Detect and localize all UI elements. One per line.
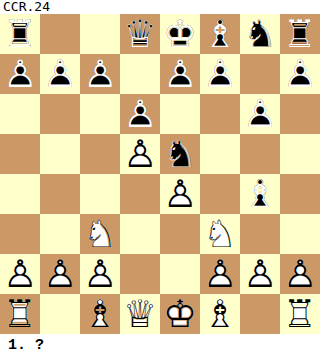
piece-fill-glyph: ♝ — [80, 294, 120, 334]
square-b3[interactable] — [40, 214, 80, 254]
piece-outline-glyph: ♙ — [200, 54, 240, 94]
white-bishop: ♝♗ — [80, 294, 120, 334]
piece-outline-glyph: ♖ — [280, 14, 320, 54]
square-e6[interactable] — [160, 94, 200, 134]
piece-outline-glyph: ♙ — [160, 174, 200, 214]
white-pawn: ♟♙ — [40, 254, 80, 294]
white-pawn: ♟♙ — [160, 174, 200, 214]
move-prompt: 1. ? — [8, 336, 44, 356]
square-h1[interactable]: ♜♖ — [280, 294, 320, 334]
black-bishop: ♝♗ — [200, 14, 240, 54]
square-g8[interactable]: ♞♘ — [240, 14, 280, 54]
square-h6[interactable] — [280, 94, 320, 134]
piece-fill-glyph: ♟ — [280, 254, 320, 294]
square-b5[interactable] — [40, 134, 80, 174]
piece-outline-glyph: ♖ — [280, 294, 320, 334]
square-b1[interactable] — [40, 294, 80, 334]
square-e4[interactable]: ♟♙ — [160, 174, 200, 214]
black-pawn: ♟♙ — [280, 54, 320, 94]
square-h5[interactable] — [280, 134, 320, 174]
square-g1[interactable] — [240, 294, 280, 334]
black-rook: ♜♖ — [280, 14, 320, 54]
black-rook: ♜♖ — [0, 14, 40, 54]
white-pawn: ♟♙ — [0, 254, 40, 294]
piece-fill-glyph: ♟ — [80, 54, 120, 94]
white-bishop: ♝♗ — [200, 294, 240, 334]
white-pawn: ♟♙ — [120, 134, 160, 174]
square-e8[interactable]: ♚♔ — [160, 14, 200, 54]
square-b8[interactable] — [40, 14, 80, 54]
piece-fill-glyph: ♛ — [120, 294, 160, 334]
square-e2[interactable] — [160, 254, 200, 294]
white-knight: ♞♘ — [200, 214, 240, 254]
piece-fill-glyph: ♟ — [160, 174, 200, 214]
square-f1[interactable]: ♝♗ — [200, 294, 240, 334]
square-g2[interactable]: ♟♙ — [240, 254, 280, 294]
piece-fill-glyph: ♚ — [160, 294, 200, 334]
square-c4[interactable] — [80, 174, 120, 214]
square-d8[interactable]: ♛♕ — [120, 14, 160, 54]
piece-outline-glyph: ♙ — [120, 134, 160, 174]
piece-outline-glyph: ♙ — [40, 254, 80, 294]
piece-fill-glyph: ♞ — [240, 14, 280, 54]
piece-outline-glyph: ♔ — [160, 14, 200, 54]
piece-outline-glyph: ♙ — [280, 254, 320, 294]
square-c5[interactable] — [80, 134, 120, 174]
black-pawn: ♟♙ — [120, 94, 160, 134]
piece-fill-glyph: ♟ — [0, 254, 40, 294]
square-e3[interactable] — [160, 214, 200, 254]
square-c1[interactable]: ♝♗ — [80, 294, 120, 334]
piece-fill-glyph: ♛ — [120, 14, 160, 54]
piece-outline-glyph: ♘ — [240, 14, 280, 54]
piece-outline-glyph: ♘ — [80, 214, 120, 254]
black-pawn: ♟♙ — [160, 54, 200, 94]
piece-fill-glyph: ♝ — [200, 14, 240, 54]
piece-outline-glyph: ♖ — [0, 14, 40, 54]
square-d2[interactable] — [120, 254, 160, 294]
piece-outline-glyph: ♙ — [0, 254, 40, 294]
black-pawn: ♟♙ — [80, 54, 120, 94]
square-g5[interactable] — [240, 134, 280, 174]
piece-outline-glyph: ♘ — [200, 214, 240, 254]
black-pawn: ♟♙ — [200, 54, 240, 94]
square-f5[interactable] — [200, 134, 240, 174]
black-pawn: ♟♙ — [40, 54, 80, 94]
square-e7[interactable]: ♟♙ — [160, 54, 200, 94]
piece-outline-glyph: ♗ — [200, 294, 240, 334]
white-pawn: ♟♙ — [280, 254, 320, 294]
piece-fill-glyph: ♟ — [200, 54, 240, 94]
square-f4[interactable] — [200, 174, 240, 214]
square-b6[interactable] — [40, 94, 80, 134]
piece-fill-glyph: ♜ — [280, 14, 320, 54]
piece-fill-glyph: ♝ — [200, 294, 240, 334]
piece-fill-glyph: ♟ — [120, 134, 160, 174]
white-pawn: ♟♙ — [80, 254, 120, 294]
piece-fill-glyph: ♟ — [40, 254, 80, 294]
piece-outline-glyph: ♗ — [200, 14, 240, 54]
square-f8[interactable]: ♝♗ — [200, 14, 240, 54]
square-f6[interactable] — [200, 94, 240, 134]
square-d7[interactable] — [120, 54, 160, 94]
square-a3[interactable] — [0, 214, 40, 254]
piece-fill-glyph: ♟ — [240, 94, 280, 134]
square-g4[interactable]: ♝♗ — [240, 174, 280, 214]
piece-fill-glyph: ♟ — [240, 254, 280, 294]
square-d1[interactable]: ♛♕ — [120, 294, 160, 334]
piece-outline-glyph: ♕ — [120, 294, 160, 334]
square-a8[interactable]: ♜♖ — [0, 14, 40, 54]
piece-fill-glyph: ♟ — [200, 254, 240, 294]
square-a5[interactable] — [0, 134, 40, 174]
piece-outline-glyph: ♙ — [240, 94, 280, 134]
square-d6[interactable]: ♟♙ — [120, 94, 160, 134]
black-pawn: ♟♙ — [0, 54, 40, 94]
square-d4[interactable] — [120, 174, 160, 214]
white-pawn: ♟♙ — [200, 254, 240, 294]
piece-outline-glyph: ♙ — [280, 54, 320, 94]
piece-outline-glyph: ♙ — [160, 54, 200, 94]
piece-fill-glyph: ♟ — [120, 94, 160, 134]
piece-outline-glyph: ♔ — [160, 294, 200, 334]
square-c7[interactable]: ♟♙ — [80, 54, 120, 94]
square-e5[interactable]: ♞♘ — [160, 134, 200, 174]
black-king: ♚♔ — [160, 14, 200, 54]
piece-fill-glyph: ♜ — [0, 294, 40, 334]
square-c3[interactable]: ♞♘ — [80, 214, 120, 254]
square-f7[interactable]: ♟♙ — [200, 54, 240, 94]
black-knight: ♞♘ — [160, 134, 200, 174]
square-b2[interactable]: ♟♙ — [40, 254, 80, 294]
square-a7[interactable]: ♟♙ — [0, 54, 40, 94]
piece-outline-glyph: ♙ — [120, 94, 160, 134]
square-a6[interactable] — [0, 94, 40, 134]
white-rook: ♜♖ — [0, 294, 40, 334]
piece-outline-glyph: ♙ — [0, 54, 40, 94]
square-h7[interactable]: ♟♙ — [280, 54, 320, 94]
piece-fill-glyph: ♞ — [160, 134, 200, 174]
square-g6[interactable]: ♟♙ — [240, 94, 280, 134]
square-f2[interactable]: ♟♙ — [200, 254, 240, 294]
square-a1[interactable]: ♜♖ — [0, 294, 40, 334]
square-b4[interactable] — [40, 174, 80, 214]
piece-outline-glyph: ♕ — [120, 14, 160, 54]
piece-outline-glyph: ♙ — [80, 54, 120, 94]
square-h8[interactable]: ♜♖ — [280, 14, 320, 54]
square-g3[interactable] — [240, 214, 280, 254]
square-c8[interactable] — [80, 14, 120, 54]
piece-fill-glyph: ♟ — [80, 254, 120, 294]
piece-fill-glyph: ♞ — [200, 214, 240, 254]
white-knight: ♞♘ — [80, 214, 120, 254]
piece-fill-glyph: ♞ — [80, 214, 120, 254]
white-pawn: ♟♙ — [240, 254, 280, 294]
square-h4[interactable] — [280, 174, 320, 214]
diagram-title: CCR.24 — [3, 0, 50, 14]
square-h3[interactable] — [280, 214, 320, 254]
white-rook: ♜♖ — [280, 294, 320, 334]
white-king: ♚♔ — [160, 294, 200, 334]
black-bishop: ♝♗ — [240, 174, 280, 214]
piece-outline-glyph: ♙ — [80, 254, 120, 294]
square-h2[interactable]: ♟♙ — [280, 254, 320, 294]
piece-outline-glyph: ♗ — [240, 174, 280, 214]
chess-board: ♜♖♛♕♚♔♝♗♞♘♜♖♟♙♟♙♟♙♟♙♟♙♟♙♟♙♟♙♟♙♞♘♟♙♝♗♞♘♞♘… — [0, 14, 320, 334]
piece-fill-glyph: ♟ — [160, 54, 200, 94]
square-d3[interactable] — [120, 214, 160, 254]
piece-fill-glyph: ♚ — [160, 14, 200, 54]
piece-fill-glyph: ♜ — [0, 14, 40, 54]
black-queen: ♛♕ — [120, 14, 160, 54]
piece-fill-glyph: ♝ — [240, 174, 280, 214]
piece-outline-glyph: ♗ — [80, 294, 120, 334]
square-c2[interactable]: ♟♙ — [80, 254, 120, 294]
black-pawn: ♟♙ — [240, 94, 280, 134]
piece-fill-glyph: ♟ — [0, 54, 40, 94]
square-c6[interactable] — [80, 94, 120, 134]
piece-outline-glyph: ♘ — [160, 134, 200, 174]
piece-fill-glyph: ♟ — [40, 54, 80, 94]
piece-outline-glyph: ♙ — [200, 254, 240, 294]
piece-fill-glyph: ♜ — [280, 294, 320, 334]
square-a2[interactable]: ♟♙ — [0, 254, 40, 294]
piece-outline-glyph: ♙ — [240, 254, 280, 294]
square-e1[interactable]: ♚♔ — [160, 294, 200, 334]
black-knight: ♞♘ — [240, 14, 280, 54]
square-d5[interactable]: ♟♙ — [120, 134, 160, 174]
square-g7[interactable] — [240, 54, 280, 94]
piece-outline-glyph: ♖ — [0, 294, 40, 334]
white-queen: ♛♕ — [120, 294, 160, 334]
square-a4[interactable] — [0, 174, 40, 214]
piece-fill-glyph: ♟ — [280, 54, 320, 94]
square-b7[interactable]: ♟♙ — [40, 54, 80, 94]
piece-outline-glyph: ♙ — [40, 54, 80, 94]
square-f3[interactable]: ♞♘ — [200, 214, 240, 254]
